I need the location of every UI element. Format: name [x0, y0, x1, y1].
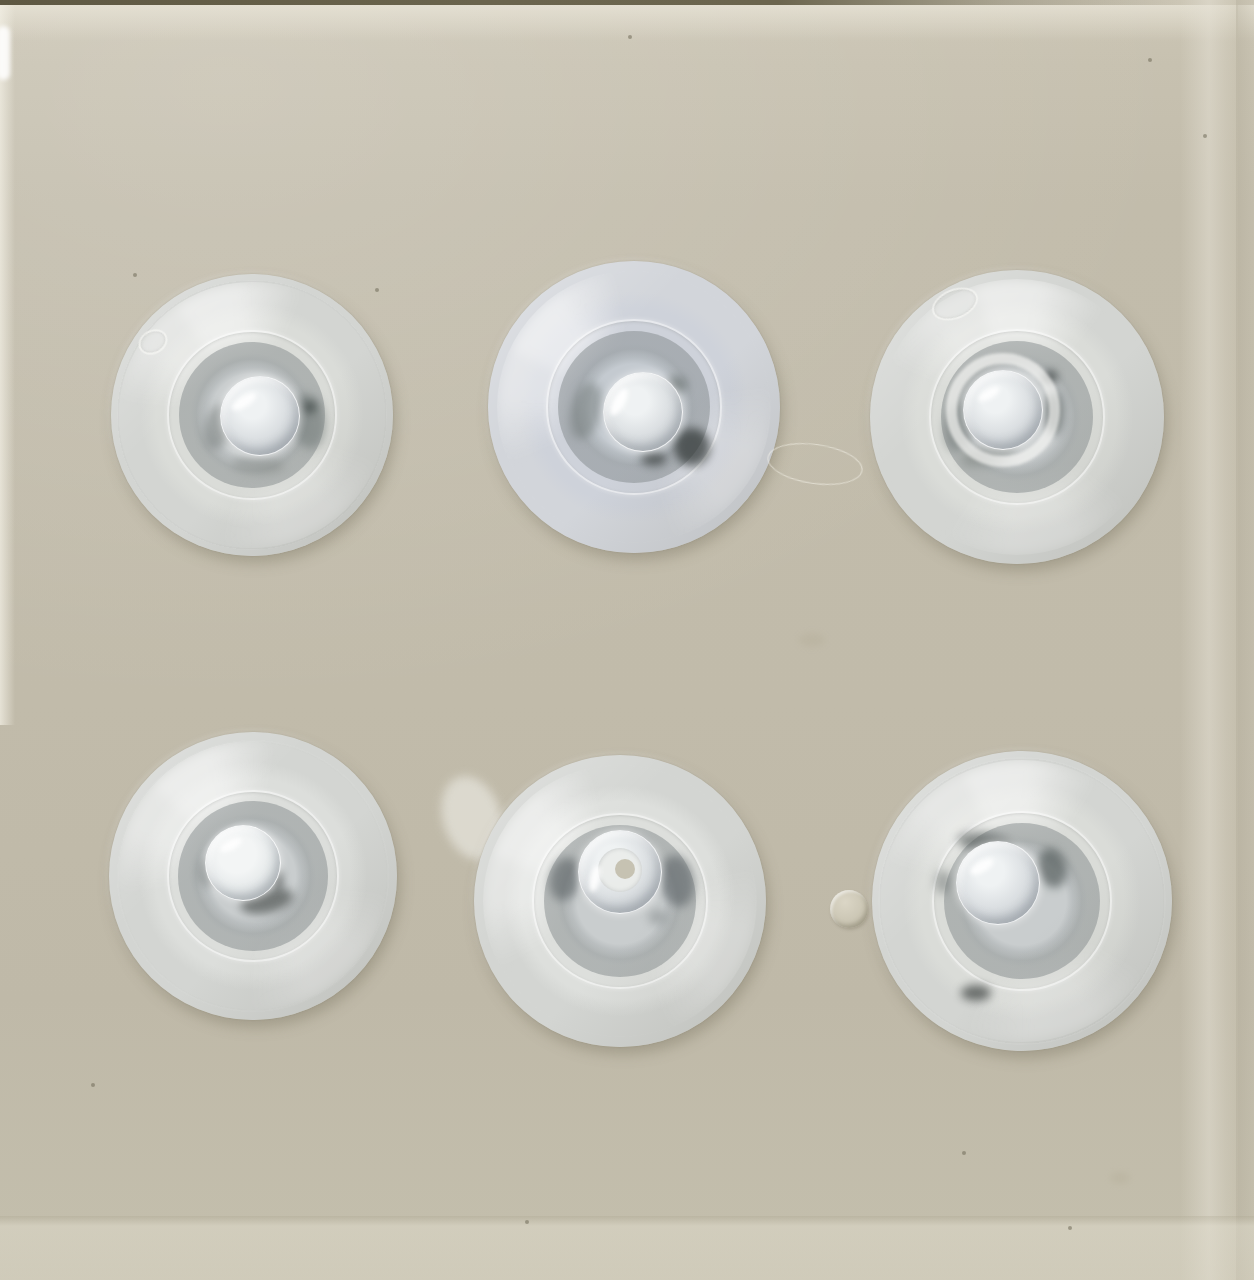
panel-top-sheen [0, 5, 1254, 41]
led-package-blotch-4 [961, 985, 991, 1001]
panel-left-highlight [0, 26, 10, 80]
photo-stage [0, 0, 1254, 1280]
led-lens-top-right [870, 270, 1164, 564]
led-lens-bottom-left [109, 732, 397, 1020]
led-lens-top-middle [488, 261, 780, 553]
led-lens-bottom-middle [474, 755, 766, 1047]
dust-speck-4 [1148, 58, 1152, 62]
dust-speck-5 [1203, 134, 1207, 138]
led-lens-bottom-right [872, 751, 1172, 1051]
led-package-blotch-4 [648, 909, 668, 925]
led-package-blotch-4 [641, 452, 667, 466]
led-lens-top-left [111, 274, 393, 556]
led-package-blotch-2 [674, 428, 710, 466]
dust-speck-9 [1068, 1226, 1072, 1230]
dust-speck-7 [525, 1220, 529, 1224]
led-package-blotch-3 [935, 870, 951, 894]
led-center-dot [615, 859, 635, 879]
surface-smudge-1 [799, 633, 825, 647]
dust-speck-1 [133, 273, 137, 277]
dust-speck-2 [375, 288, 379, 292]
panel-left-sheen [0, 5, 15, 725]
led-dome [205, 825, 281, 901]
led-dome [963, 370, 1043, 450]
panel-right-edge [1236, 0, 1254, 1280]
dust-speck-6 [91, 1083, 95, 1087]
dust-speck-3 [628, 35, 632, 39]
panel-right-sheen [1180, 0, 1238, 1280]
surface-smudge-2 [1110, 1172, 1130, 1184]
panel-bottom-edge [0, 1216, 1254, 1280]
dust-speck-8 [962, 1151, 966, 1155]
resin-droplet [830, 890, 868, 928]
led-package-blotch-4 [304, 401, 316, 413]
led-dome [956, 841, 1040, 925]
fiber-strand-loop [765, 438, 866, 491]
led-dome [220, 376, 300, 456]
